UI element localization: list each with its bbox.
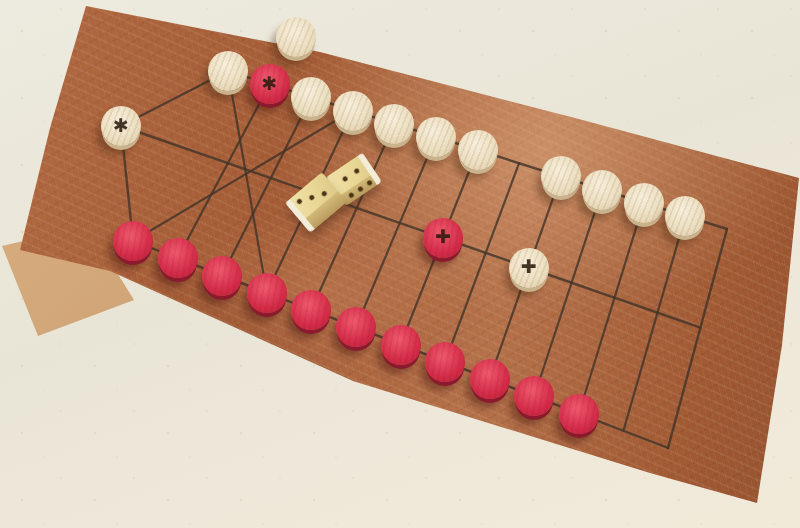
red-piece[interactable] (247, 273, 287, 313)
die-pip (366, 179, 373, 186)
white-piece[interactable] (541, 156, 581, 196)
red-piece-marked[interactable]: ✚ (423, 218, 463, 258)
white-piece[interactable] (208, 51, 248, 91)
red-piece[interactable] (113, 221, 153, 261)
die-pip (357, 186, 364, 193)
red-piece[interactable] (158, 238, 198, 278)
white-piece[interactable] (416, 117, 456, 157)
white-piece[interactable] (276, 17, 316, 57)
white-piece[interactable] (624, 183, 664, 223)
white-piece[interactable] (374, 104, 414, 144)
white-piece-marked[interactable]: ✚ (509, 248, 549, 288)
brand-mark-icon: ✱ (262, 74, 278, 93)
red-piece[interactable] (336, 307, 376, 347)
red-piece[interactable] (425, 342, 465, 382)
die-pip (320, 190, 327, 197)
red-piece-marked[interactable]: ✱ (250, 64, 290, 104)
red-piece[interactable] (381, 325, 421, 365)
red-piece[interactable] (470, 359, 510, 399)
red-piece[interactable] (559, 394, 599, 434)
white-piece[interactable] (582, 170, 622, 210)
board-game-photo: ✱✱✚✚ (0, 0, 800, 528)
brand-mark-icon: ✱ (113, 116, 129, 135)
leather-board-mat (0, 0, 800, 528)
red-piece[interactable] (202, 256, 242, 296)
white-piece[interactable] (333, 91, 373, 131)
die-pip (347, 192, 354, 199)
die-pip (296, 198, 303, 205)
die-pip (341, 176, 348, 183)
die-pip (354, 167, 361, 174)
white-piece-marked[interactable]: ✱ (101, 106, 141, 146)
white-piece[interactable] (665, 196, 705, 236)
white-piece[interactable] (458, 130, 498, 170)
brand-mark-icon: ✚ (435, 227, 451, 246)
brand-mark-icon: ✚ (521, 257, 537, 276)
die-pip (308, 194, 315, 201)
